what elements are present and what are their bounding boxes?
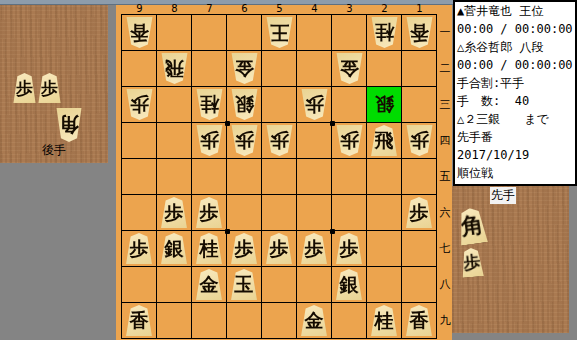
board-cell[interactable]: 桂 — [367, 303, 402, 339]
sente-tray-label: 先手 — [490, 187, 516, 204]
shogi-piece-歩[interactable]: 歩 — [406, 197, 433, 228]
shogi-piece-歩[interactable]: 歩 — [231, 233, 258, 264]
star-point — [225, 121, 230, 126]
shogi-piece-桂[interactable]: 桂 — [196, 233, 223, 264]
board-cell[interactable]: 歩 — [227, 231, 262, 267]
board-cell[interactable] — [122, 123, 157, 159]
board-cell[interactable]: 桂 — [367, 15, 402, 51]
file-label: 6 — [227, 3, 262, 14]
shogi-piece-飛[interactable]: 飛 — [161, 53, 188, 84]
shogi-piece-金[interactable]: 金 — [231, 53, 258, 84]
board-cell[interactable] — [157, 159, 192, 195]
shogi-piece-香[interactable]: 香 — [126, 305, 153, 336]
board-cell[interactable] — [262, 303, 297, 339]
shogi-piece-歩[interactable]: 歩 — [161, 197, 188, 228]
board-cell[interactable] — [367, 159, 402, 195]
board-cell[interactable]: 歩 — [297, 87, 332, 123]
board-cell[interactable]: 歩 — [192, 195, 227, 231]
shogi-piece-香[interactable]: 香 — [126, 17, 153, 48]
shogi-piece-桂[interactable]: 桂 — [371, 305, 398, 336]
board-cell[interactable] — [192, 15, 227, 51]
rank-label: 八 — [438, 266, 452, 302]
rank-label: 三 — [438, 86, 452, 122]
shogi-piece-飛[interactable]: 飛 — [371, 125, 398, 156]
gote-captured-tray: 歩歩角後手 — [0, 5, 108, 163]
hand-piece-歩[interactable]: 歩 — [460, 247, 484, 278]
shogi-piece-歩[interactable]: 歩 — [126, 233, 153, 264]
board-cell[interactable]: 金 — [332, 51, 367, 87]
board-cell[interactable] — [332, 303, 367, 339]
shogi-piece-銀[interactable]: 銀 — [336, 269, 363, 300]
board-cell[interactable]: 歩 — [402, 123, 437, 159]
board-cell[interactable]: 香 — [122, 15, 157, 51]
board-cell[interactable] — [297, 51, 332, 87]
info-line: △２三銀 まで — [455, 110, 575, 128]
file-label: 1 — [402, 3, 437, 14]
shogi-piece-王[interactable]: 王 — [266, 17, 293, 48]
shogi-piece-桂[interactable]: 桂 — [196, 89, 223, 120]
board-cell[interactable]: 歩 — [227, 123, 262, 159]
board-cell[interactable]: 歩 — [262, 231, 297, 267]
hand-piece-角[interactable]: 角 — [456, 206, 489, 246]
board-cell[interactable]: 歩 — [402, 195, 437, 231]
board-cell[interactable] — [192, 51, 227, 87]
board-cell[interactable]: 銀 — [332, 267, 367, 303]
board-cell[interactable] — [367, 231, 402, 267]
file-label: 7 — [192, 3, 227, 14]
file-label: 5 — [262, 3, 297, 14]
board-cell[interactable]: 歩 — [297, 231, 332, 267]
board-cell[interactable] — [402, 231, 437, 267]
board-cell[interactable] — [262, 159, 297, 195]
board-cell[interactable] — [367, 51, 402, 87]
board-cell[interactable] — [122, 195, 157, 231]
board-cell[interactable] — [157, 123, 192, 159]
shogi-piece-香[interactable]: 香 — [406, 17, 433, 48]
shogi-piece-歩[interactable]: 歩 — [266, 233, 293, 264]
shogi-piece-玉[interactable]: 玉 — [231, 269, 258, 300]
board-cell[interactable]: 玉 — [227, 267, 262, 303]
shogi-piece-銀[interactable]: 銀 — [231, 89, 258, 120]
board-cell[interactable] — [122, 51, 157, 87]
board-cell[interactable] — [192, 303, 227, 339]
board-cell[interactable]: 桂 — [192, 231, 227, 267]
board-cell[interactable]: 銀 — [367, 87, 402, 123]
board-cell[interactable] — [227, 303, 262, 339]
rank-label: 一 — [438, 14, 452, 50]
board-cell[interactable] — [332, 15, 367, 51]
info-line: ▲菅井竜也 王位 — [455, 2, 575, 20]
shogi-piece-銀[interactable]: 銀 — [161, 233, 188, 264]
board-cell[interactable] — [227, 15, 262, 51]
game-info-panel: ▲菅井竜也 王位00:00 / 00:00:00△糸谷哲郎 八段00:00 / … — [453, 0, 577, 186]
board-cell[interactable] — [332, 87, 367, 123]
shogi-piece-歩[interactable]: 歩 — [196, 197, 223, 228]
board-cell[interactable]: 香 — [402, 15, 437, 51]
rank-label: 七 — [438, 230, 452, 266]
shogi-piece-金[interactable]: 金 — [301, 305, 328, 336]
board-cell[interactable]: 桂 — [192, 87, 227, 123]
board-cell[interactable] — [297, 15, 332, 51]
shogi-app: 歩歩角後手 987654321 香王桂香飛金金歩桂銀歩銀歩歩歩歩飛歩歩歩歩歩銀桂… — [0, 0, 577, 340]
file-label: 2 — [367, 3, 402, 14]
board-cell[interactable] — [297, 267, 332, 303]
board-cell[interactable] — [262, 87, 297, 123]
board-cell[interactable] — [402, 87, 437, 123]
rank-label: 五 — [438, 158, 452, 194]
shogi-piece-歩[interactable]: 歩 — [301, 89, 328, 120]
board-cell[interactable]: 歩 — [262, 123, 297, 159]
shogi-piece-歩[interactable]: 歩 — [126, 89, 153, 120]
board-cell[interactable] — [227, 195, 262, 231]
hand-piece-角[interactable]: 角 — [56, 108, 82, 142]
board-cell[interactable] — [297, 195, 332, 231]
hand-piece-歩[interactable]: 歩 — [13, 73, 36, 103]
shogi-board-grid: 香王桂香飛金金歩桂銀歩銀歩歩歩歩飛歩歩歩歩歩銀桂歩歩歩歩金玉銀香金桂香 — [121, 14, 437, 339]
star-point — [330, 229, 335, 234]
shogi-board-region: 987654321 香王桂香飛金金歩桂銀歩銀歩歩歩歩飛歩歩歩歩歩銀桂歩歩歩歩金玉… — [116, 5, 452, 340]
rank-label: 九 — [438, 302, 452, 338]
file-label: 9 — [122, 3, 157, 14]
file-label: 8 — [157, 3, 192, 14]
board-cell[interactable]: 歩 — [157, 195, 192, 231]
board-cell[interactable] — [192, 159, 227, 195]
board-cell[interactable] — [367, 195, 402, 231]
board-cell[interactable] — [262, 51, 297, 87]
board-cell[interactable]: 金 — [227, 51, 262, 87]
info-line: 先手番 — [455, 128, 575, 146]
board-cell[interactable]: 歩 — [122, 87, 157, 123]
file-label: 3 — [332, 3, 367, 14]
shogi-piece-香[interactable]: 香 — [406, 305, 433, 336]
board-cell[interactable]: 香 — [122, 303, 157, 339]
file-label: 4 — [297, 3, 332, 14]
shogi-piece-歩[interactable]: 歩 — [231, 125, 258, 156]
info-line: 手 数: 40 — [455, 92, 575, 110]
shogi-piece-銀[interactable]: 銀 — [371, 89, 398, 120]
board-cell[interactable]: 金 — [297, 303, 332, 339]
board-cell[interactable]: 飛 — [367, 123, 402, 159]
rank-label: 二 — [438, 50, 452, 86]
info-line: 順位戦 — [455, 164, 575, 182]
board-cell[interactable] — [402, 51, 437, 87]
sente-captured-tray: 角歩先手 — [452, 186, 569, 333]
board-cell[interactable]: 金 — [192, 267, 227, 303]
rank-labels: 一二三四五六七八九 — [438, 14, 452, 338]
shogi-piece-金[interactable]: 金 — [336, 53, 363, 84]
board-cell[interactable] — [297, 123, 332, 159]
board-cell[interactable]: 王 — [262, 15, 297, 51]
board-cell[interactable] — [297, 159, 332, 195]
info-line: 2017/10/19 — [455, 146, 575, 164]
info-line: 00:00 / 00:00:00 — [455, 56, 575, 74]
board-cell[interactable]: 歩 — [192, 123, 227, 159]
board-cell[interactable] — [157, 267, 192, 303]
shogi-piece-桂[interactable]: 桂 — [371, 17, 398, 48]
info-line: △糸谷哲郎 八段 — [455, 38, 575, 56]
board-cell[interactable]: 銀 — [227, 87, 262, 123]
board-cell[interactable]: 飛 — [157, 51, 192, 87]
board-cell[interactable] — [332, 195, 367, 231]
board-cell[interactable] — [332, 159, 367, 195]
shogi-piece-歩[interactable]: 歩 — [336, 233, 363, 264]
shogi-piece-歩[interactable]: 歩 — [266, 125, 293, 156]
board-cell[interactable] — [262, 267, 297, 303]
board-cell[interactable] — [122, 267, 157, 303]
board-cell[interactable] — [157, 15, 192, 51]
shogi-piece-歩[interactable]: 歩 — [336, 125, 363, 156]
board-cell[interactable]: 香 — [402, 303, 437, 339]
gote-tray-label: 後手 — [0, 142, 108, 159]
rank-label: 六 — [438, 194, 452, 230]
shogi-piece-歩[interactable]: 歩 — [196, 125, 223, 156]
hand-piece-歩[interactable]: 歩 — [38, 73, 61, 103]
info-line: 手合割:平手 — [455, 74, 575, 92]
board-cell[interactable]: 歩 — [332, 231, 367, 267]
shogi-piece-歩[interactable]: 歩 — [301, 233, 328, 264]
rank-label: 四 — [438, 122, 452, 158]
board-cell[interactable] — [157, 87, 192, 123]
info-line: 00:00 / 00:00:00 — [455, 20, 575, 38]
board-cell[interactable] — [157, 303, 192, 339]
board-cell[interactable] — [262, 195, 297, 231]
shogi-piece-金[interactable]: 金 — [196, 269, 223, 300]
star-point — [225, 229, 230, 234]
file-labels: 987654321 — [122, 3, 437, 14]
board-cell[interactable]: 歩 — [122, 231, 157, 267]
board-cell[interactable] — [122, 159, 157, 195]
board-cell[interactable] — [402, 159, 437, 195]
board-cell[interactable]: 銀 — [157, 231, 192, 267]
board-cell[interactable] — [227, 159, 262, 195]
board-cell[interactable] — [367, 267, 402, 303]
star-point — [330, 121, 335, 126]
board-cell[interactable]: 歩 — [332, 123, 367, 159]
shogi-piece-歩[interactable]: 歩 — [406, 125, 433, 156]
board-cell[interactable] — [402, 267, 437, 303]
